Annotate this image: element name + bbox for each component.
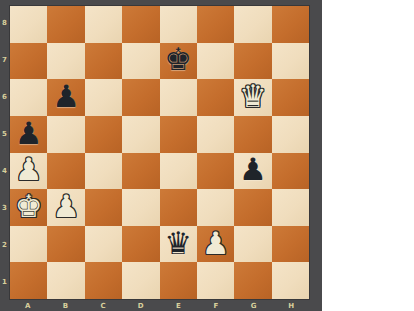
square-e4[interactable] bbox=[160, 153, 197, 190]
piece-white-pawn[interactable]: ♟ bbox=[202, 228, 230, 259]
square-g2[interactable] bbox=[234, 226, 271, 263]
file-label-f: F bbox=[197, 300, 235, 311]
rank-label-6: 6 bbox=[0, 79, 9, 116]
square-c3[interactable] bbox=[85, 189, 122, 226]
piece-black-king[interactable]: ♚ bbox=[164, 44, 192, 75]
square-c1[interactable] bbox=[85, 262, 122, 299]
square-e3[interactable] bbox=[160, 189, 197, 226]
square-c8[interactable] bbox=[85, 6, 122, 43]
page-background bbox=[322, 0, 414, 311]
rank-label-2: 2 bbox=[0, 226, 9, 263]
piece-black-pawn[interactable]: ♟ bbox=[239, 154, 267, 185]
file-label-b: B bbox=[47, 300, 85, 311]
file-label-g: G bbox=[235, 300, 273, 311]
square-c4[interactable] bbox=[85, 153, 122, 190]
square-b5[interactable] bbox=[47, 116, 84, 153]
square-d7[interactable] bbox=[122, 43, 159, 80]
board-panel: 87654321 ♚♟♛♟♟♟♚♟♛♟ ABCDEFGH bbox=[0, 0, 322, 311]
square-a1[interactable] bbox=[10, 262, 47, 299]
square-f3[interactable] bbox=[197, 189, 234, 226]
file-label-d: D bbox=[122, 300, 160, 311]
square-f8[interactable] bbox=[197, 6, 234, 43]
square-g4[interactable]: ♟ bbox=[234, 153, 271, 190]
square-g7[interactable] bbox=[234, 43, 271, 80]
file-label-h: H bbox=[272, 300, 310, 311]
square-h3[interactable] bbox=[272, 189, 309, 226]
square-a8[interactable] bbox=[10, 6, 47, 43]
file-label-c: C bbox=[84, 300, 122, 311]
square-d1[interactable] bbox=[122, 262, 159, 299]
square-h5[interactable] bbox=[272, 116, 309, 153]
square-b1[interactable] bbox=[47, 262, 84, 299]
square-e6[interactable] bbox=[160, 79, 197, 116]
piece-white-king[interactable]: ♚ bbox=[15, 191, 43, 222]
file-label-e: E bbox=[160, 300, 198, 311]
square-d8[interactable] bbox=[122, 6, 159, 43]
square-g8[interactable] bbox=[234, 6, 271, 43]
square-a4[interactable]: ♟ bbox=[10, 153, 47, 190]
square-f5[interactable] bbox=[197, 116, 234, 153]
square-d3[interactable] bbox=[122, 189, 159, 226]
square-c5[interactable] bbox=[85, 116, 122, 153]
rank-label-5: 5 bbox=[0, 116, 9, 153]
chess-board: ♚♟♛♟♟♟♚♟♛♟ bbox=[9, 5, 310, 300]
square-a3[interactable]: ♚ bbox=[10, 189, 47, 226]
square-c7[interactable] bbox=[85, 43, 122, 80]
square-e5[interactable] bbox=[160, 116, 197, 153]
square-f2[interactable]: ♟ bbox=[197, 226, 234, 263]
square-g6[interactable]: ♛ bbox=[234, 79, 271, 116]
square-b6[interactable]: ♟ bbox=[47, 79, 84, 116]
piece-white-pawn[interactable]: ♟ bbox=[15, 154, 43, 185]
square-a5[interactable]: ♟ bbox=[10, 116, 47, 153]
square-b4[interactable] bbox=[47, 153, 84, 190]
square-d2[interactable] bbox=[122, 226, 159, 263]
square-d4[interactable] bbox=[122, 153, 159, 190]
square-g1[interactable] bbox=[234, 262, 271, 299]
square-d6[interactable] bbox=[122, 79, 159, 116]
square-h6[interactable] bbox=[272, 79, 309, 116]
square-a6[interactable] bbox=[10, 79, 47, 116]
square-e2[interactable]: ♛ bbox=[160, 226, 197, 263]
square-f6[interactable] bbox=[197, 79, 234, 116]
square-f4[interactable] bbox=[197, 153, 234, 190]
square-g3[interactable] bbox=[234, 189, 271, 226]
square-e8[interactable] bbox=[160, 6, 197, 43]
square-f1[interactable] bbox=[197, 262, 234, 299]
piece-white-pawn[interactable]: ♟ bbox=[52, 191, 80, 222]
square-e1[interactable] bbox=[160, 262, 197, 299]
square-a2[interactable] bbox=[10, 226, 47, 263]
square-h8[interactable] bbox=[272, 6, 309, 43]
square-c2[interactable] bbox=[85, 226, 122, 263]
piece-black-pawn[interactable]: ♟ bbox=[15, 118, 43, 149]
square-b8[interactable] bbox=[47, 6, 84, 43]
rank-labels: 87654321 bbox=[0, 5, 9, 300]
square-h1[interactable] bbox=[272, 262, 309, 299]
square-h2[interactable] bbox=[272, 226, 309, 263]
square-e7[interactable]: ♚ bbox=[160, 43, 197, 80]
rank-label-7: 7 bbox=[0, 42, 9, 79]
piece-white-queen[interactable]: ♛ bbox=[239, 81, 267, 112]
square-a7[interactable] bbox=[10, 43, 47, 80]
square-f7[interactable] bbox=[197, 43, 234, 80]
square-h4[interactable] bbox=[272, 153, 309, 190]
rank-label-8: 8 bbox=[0, 5, 9, 42]
square-b3[interactable]: ♟ bbox=[47, 189, 84, 226]
rank-label-3: 3 bbox=[0, 189, 9, 226]
rank-label-1: 1 bbox=[0, 263, 9, 300]
square-d5[interactable] bbox=[122, 116, 159, 153]
rank-label-4: 4 bbox=[0, 153, 9, 190]
piece-black-queen[interactable]: ♛ bbox=[164, 228, 192, 259]
square-b7[interactable] bbox=[47, 43, 84, 80]
square-h7[interactable] bbox=[272, 43, 309, 80]
square-g5[interactable] bbox=[234, 116, 271, 153]
square-b2[interactable] bbox=[47, 226, 84, 263]
piece-black-pawn[interactable]: ♟ bbox=[52, 81, 80, 112]
file-label-a: A bbox=[9, 300, 47, 311]
file-labels: ABCDEFGH bbox=[9, 300, 310, 311]
square-c6[interactable] bbox=[85, 79, 122, 116]
